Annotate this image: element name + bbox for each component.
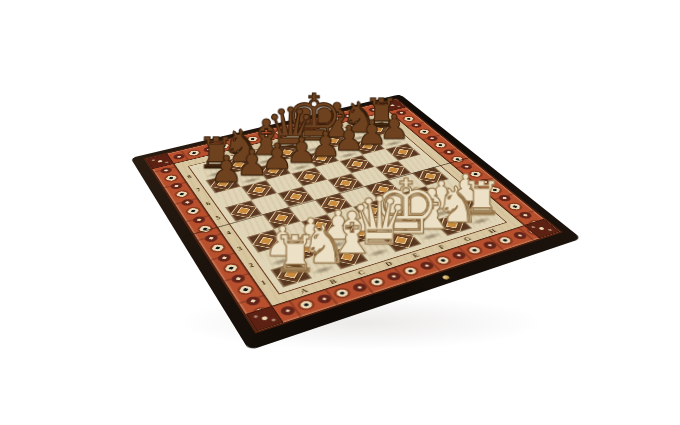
piece-white-rook[interactable]: ♜: [273, 229, 318, 279]
piece-black-pawn[interactable]: ♟: [210, 151, 243, 188]
latch-pin: [442, 274, 451, 280]
scene: ABCDEFGH 87654321 ♜♞♝♛♚♝♞♜♟♟♟♟♟♟♟♟♟♟♟♟♟♟…: [0, 0, 680, 425]
decorative-border: ABCDEFGH 87654321 ♜♞♝♛♚♝♞♜♟♟♟♟♟♟♟♟♟♟♟♟♟♟…: [143, 98, 562, 333]
border-corner-motif: [524, 219, 560, 239]
square-a7[interactable]: ♟: [205, 174, 241, 194]
square-a1[interactable]: ♜: [270, 261, 312, 287]
